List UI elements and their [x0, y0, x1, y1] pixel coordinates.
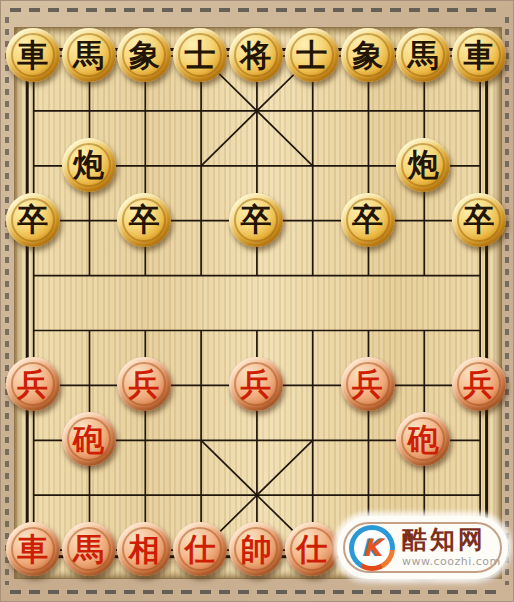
frame-stitch-left: [5, 17, 9, 585]
piece-black-soldier[interactable]: 卒: [117, 193, 171, 247]
piece-red-soldier[interactable]: 兵: [229, 357, 283, 411]
watermark-site-url: www.coozhi.com: [402, 555, 501, 568]
piece-red-horse[interactable]: 馬: [62, 522, 116, 576]
piece-black-advisor[interactable]: 士: [173, 28, 227, 82]
piece-red-soldier[interactable]: 兵: [341, 357, 395, 411]
piece-black-horse[interactable]: 馬: [62, 28, 116, 82]
piece-black-cannon[interactable]: 炮: [62, 138, 116, 192]
piece-red-advisor[interactable]: 仕: [173, 522, 227, 576]
piece-red-chariot[interactable]: 車: [6, 522, 60, 576]
watermark-badge: K 酷知网 www.coozhi.com: [337, 516, 508, 579]
piece-black-soldier[interactable]: 卒: [229, 193, 283, 247]
piece-red-soldier[interactable]: 兵: [6, 357, 60, 411]
piece-red-general[interactable]: 帥: [229, 522, 283, 576]
coozhi-logo-icon: K: [349, 525, 395, 571]
piece-red-advisor[interactable]: 仕: [285, 522, 339, 576]
frame-stitch-top: [10, 8, 504, 12]
piece-black-soldier[interactable]: 卒: [452, 193, 506, 247]
piece-red-cannon[interactable]: 砲: [62, 412, 116, 466]
piece-black-cannon[interactable]: 炮: [396, 138, 450, 192]
piece-black-chariot[interactable]: 車: [6, 28, 60, 82]
piece-black-chariot[interactable]: 車: [452, 28, 506, 82]
piece-black-elephant[interactable]: 象: [341, 28, 395, 82]
frame-stitch-bottom: [10, 590, 504, 594]
xiangqi-board-screenshot: 車馬象士将士象馬車炮炮卒卒卒卒卒兵兵兵兵兵砲砲車馬相仕帥仕相馬車 K 酷知网 w…: [0, 0, 514, 602]
piece-black-elephant[interactable]: 象: [117, 28, 171, 82]
board-surface: [14, 27, 502, 579]
board-grid: [15, 28, 503, 580]
piece-black-general[interactable]: 将: [229, 28, 283, 82]
piece-black-soldier[interactable]: 卒: [341, 193, 395, 247]
piece-black-soldier[interactable]: 卒: [6, 193, 60, 247]
piece-black-horse[interactable]: 馬: [396, 28, 450, 82]
watermark-text: 酷知网 www.coozhi.com: [402, 527, 501, 567]
frame-stitch-right: [505, 17, 509, 585]
piece-red-elephant[interactable]: 相: [117, 522, 171, 576]
coozhi-logo-letter: K: [354, 530, 390, 566]
watermark-site-name: 酷知网: [402, 527, 486, 553]
piece-black-advisor[interactable]: 士: [285, 28, 339, 82]
